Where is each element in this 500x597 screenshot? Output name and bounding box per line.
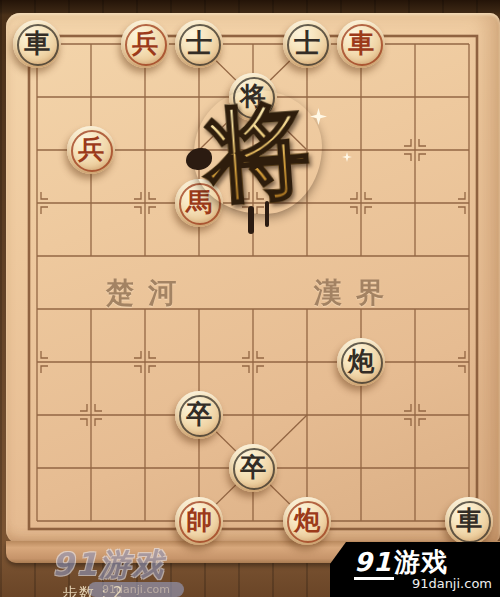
piece-glyph: 卒 xyxy=(240,454,266,480)
board-point: 兵 xyxy=(118,17,172,70)
piece-red-soldier-b[interactable]: 兵 xyxy=(67,126,115,174)
xiangqi-app-screen: 楚河 漢界 車兵士士車将兵馬炮卒卒帥炮車 将 91游戏 91danji.com … xyxy=(0,0,500,597)
piece-black-cannon[interactable]: 炮 xyxy=(337,338,385,386)
piece-glyph: 兵 xyxy=(78,136,104,162)
piece-black-soldier-b[interactable]: 卒 xyxy=(229,444,277,492)
piece-glyph: 車 xyxy=(348,30,374,56)
board-point: 炮 xyxy=(280,494,334,547)
board-point: 炮 xyxy=(334,335,388,388)
piece-glyph: 炮 xyxy=(294,507,320,533)
board-point: 卒 xyxy=(172,388,226,441)
piece-black-advisor-b[interactable]: 士 xyxy=(283,20,331,68)
piece-glyph: 帥 xyxy=(186,507,212,533)
board-point: 帥 xyxy=(172,494,226,547)
watermark-url: 91danji.com xyxy=(412,576,492,591)
piece-red-cannon[interactable]: 炮 xyxy=(283,497,331,545)
piece-glyph: 士 xyxy=(294,30,320,56)
check-banner-text: 将 xyxy=(190,88,326,221)
board-point: 車 xyxy=(334,17,388,70)
watermark-logo: 91游戏 xyxy=(52,544,184,586)
piece-black-chariot-b[interactable]: 車 xyxy=(445,497,493,545)
piece-glyph: 炮 xyxy=(348,348,374,374)
board-point: 卒 xyxy=(226,441,280,494)
piece-glyph: 車 xyxy=(456,507,482,533)
piece-glyph: 士 xyxy=(186,30,212,56)
piece-glyph: 卒 xyxy=(186,401,212,427)
piece-red-soldier-a[interactable]: 兵 xyxy=(121,20,169,68)
board-point: 士 xyxy=(280,17,334,70)
piece-black-advisor-a[interactable]: 士 xyxy=(175,20,223,68)
watermark-youxi: 游戏 xyxy=(394,547,448,577)
board-point: 兵 xyxy=(64,123,118,176)
piece-red-general[interactable]: 帥 xyxy=(175,497,223,545)
piece-red-chariot[interactable]: 車 xyxy=(337,20,385,68)
piece-black-chariot-a[interactable]: 車 xyxy=(13,20,61,68)
board-point: 車 xyxy=(442,494,496,547)
watermark-bottom-right: 91游戏 91danji.com xyxy=(330,542,500,597)
watermark-91: 91 xyxy=(354,547,394,580)
piece-glyph: 兵 xyxy=(132,30,158,56)
watermark-logo: 91游戏 xyxy=(354,545,448,580)
board-point: 士 xyxy=(172,17,226,70)
board-point: 車 xyxy=(10,17,64,70)
piece-black-soldier-a[interactable]: 卒 xyxy=(175,391,223,439)
piece-glyph: 車 xyxy=(24,30,50,56)
step-counter-label: 步数：2 xyxy=(62,584,125,597)
